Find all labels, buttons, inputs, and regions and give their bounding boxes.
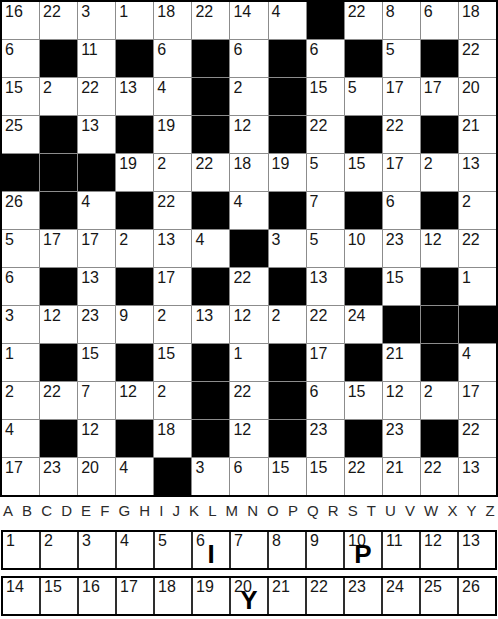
grid-cell[interactable]: 23 [40,458,77,495]
cell-code-number: 4 [195,231,204,249]
tracker-cell[interactable]: 24 [383,578,419,614]
grid-cell[interactable]: 15 [154,344,191,381]
grid-cell[interactable]: 6 [383,192,420,229]
cell-code-number: 15 [348,155,366,173]
black-cell [192,268,229,305]
cell-code-number: 10 [348,231,366,249]
black-cell [269,40,306,77]
cell-code-number: 4 [233,193,242,211]
alphabet-letter: O [267,502,279,519]
alphabet-letter: K [189,502,199,519]
cell-code-number: 18 [233,155,251,173]
tracker-code-number: 12 [424,532,442,550]
cell-code-number: 22 [81,79,99,97]
grid-cell[interactable]: 2 [40,78,77,115]
grid-cell[interactable]: 6 [230,40,267,77]
cell-code-number: 5 [310,231,319,249]
grid-cell[interactable]: 20 [459,78,496,115]
grid-cell[interactable]: 2 [230,78,267,115]
cell-code-number: 2 [462,193,471,211]
grid-cell[interactable]: 15 [345,154,382,191]
cell-code-number: 15 [348,383,366,401]
cell-code-number: 4 [119,459,128,477]
grid-cell[interactable]: 17 [383,78,420,115]
tracker-cell[interactable]: 7 [231,532,267,568]
cell-code-number: 22 [233,269,251,287]
grid-cell[interactable]: 17 [78,230,115,267]
cell-code-number: 1 [233,345,242,363]
cell-code-number: 2 [5,383,14,401]
black-cell [383,306,420,343]
grid-cell[interactable]: 22 [459,40,496,77]
cell-code-number: 6 [424,3,433,21]
tracker-code-number: 4 [120,532,129,550]
cell-code-number: 13 [462,459,480,477]
grid-cell[interactable]: 22 [307,306,344,343]
black-cell [40,268,77,305]
grid-cell[interactable]: 2 [154,154,191,191]
alphabet-letter: Y [466,502,476,519]
grid-cell[interactable]: 1 [230,344,267,381]
grid-cell[interactable]: 3 [2,306,39,343]
grid-cell[interactable]: 3 [269,230,306,267]
cell-code-number: 17 [5,459,23,477]
cell-code-number: 2 [157,155,166,173]
black-cell [421,192,458,229]
cell-code-number: 3 [195,459,204,477]
black-cell [345,268,382,305]
cell-code-number: 15 [81,345,99,363]
grid-cell[interactable]: 4 [116,458,153,495]
cell-code-number: 12 [119,383,137,401]
alphabet-letter: F [100,502,109,519]
tracker-code-number: 15 [44,578,62,596]
grid-cell[interactable]: 6 [307,382,344,419]
cell-code-number: 19 [119,155,137,173]
cell-code-number: 25 [5,117,23,135]
grid-cell[interactable]: 15 [269,458,306,495]
tracker-code-number: 17 [120,578,138,596]
black-cell [40,116,77,153]
grid-cell[interactable]: 23 [78,306,115,343]
grid-cell[interactable]: 19 [269,154,306,191]
grid-cell[interactable]: 13 [116,78,153,115]
black-cell [421,268,458,305]
alphabet-letter: W [424,502,438,519]
grid-cell[interactable]: 3 [78,2,115,39]
tracker-cell[interactable]: 25 [421,578,457,614]
cell-code-number: 23 [386,421,404,439]
grid-cell[interactable]: 12 [383,382,420,419]
grid-cell[interactable]: 22 [345,458,382,495]
cell-code-number: 16 [5,3,23,21]
cell-code-number: 12 [233,307,251,325]
cell-code-number: 15 [310,79,328,97]
grid-cell[interactable]: 17 [40,230,77,267]
cell-code-number: 22 [386,117,404,135]
black-cell [116,344,153,381]
grid-cell[interactable]: 19 [116,154,153,191]
tracker-cell[interactable]: 10P [345,532,381,568]
grid-cell[interactable]: 15 [383,268,420,305]
alphabet-letter: D [61,502,72,519]
grid-cell[interactable]: 18 [230,154,267,191]
grid-cell[interactable]: 5 [383,40,420,77]
tracker-cell[interactable]: 6I [193,532,229,568]
grid-cell[interactable]: 13 [192,306,229,343]
grid-cell[interactable]: 6 [421,2,458,39]
grid-cell[interactable]: 22 [459,420,496,457]
alphabet-row: ABCDEFGHIJKLMNOPQRSTUVWXYZ [0,500,498,520]
alphabet-letter: J [172,502,180,519]
grid-cell[interactable]: 17 [2,458,39,495]
tracker-code-number: 1 [6,532,15,550]
cell-code-number: 13 [119,79,137,97]
grid-cell[interactable]: 7 [307,192,344,229]
cell-code-number: 18 [462,3,480,21]
tracker-cell[interactable]: 1 [3,532,39,568]
grid-cell[interactable]: 15 [307,78,344,115]
black-cell [269,420,306,457]
tracker-solved-letter: Y [231,587,267,613]
grid-cell[interactable]: 1 [116,2,153,39]
tracker-cell[interactable]: 18 [155,578,191,614]
tracker-code-number: 9 [310,532,319,550]
black-cell [421,306,458,343]
grid-cell[interactable]: 22 [421,458,458,495]
tracker-code-number: 7 [234,532,243,550]
black-cell [269,344,306,381]
grid-cell[interactable]: 15 [2,78,39,115]
black-cell [192,116,229,153]
grid-cell[interactable]: 5 [345,78,382,115]
cell-code-number: 21 [386,459,404,477]
grid-cell[interactable]: 18 [459,2,496,39]
cell-code-number: 22 [424,459,442,477]
grid-cell[interactable]: 13 [459,154,496,191]
grid-cell[interactable]: 12 [78,420,115,457]
cell-code-number: 22 [195,3,213,21]
grid-cell[interactable]: 6 [2,40,39,77]
grid-cell[interactable]: 4 [459,344,496,381]
alphabet-letter: T [367,502,376,519]
grid-cell[interactable]: 16 [2,2,39,39]
cell-code-number: 6 [5,41,14,59]
grid-cell[interactable]: 12 [40,306,77,343]
grid-cell[interactable]: 18 [154,2,191,39]
grid-cell[interactable]: 12 [230,420,267,457]
cell-code-number: 22 [157,193,175,211]
grid-cell[interactable]: 2 [421,382,458,419]
grid-cell[interactable]: 17 [307,344,344,381]
cell-code-number: 17 [462,383,480,401]
grid-cell[interactable]: 2 [421,154,458,191]
grid-cell[interactable]: 9 [116,306,153,343]
grid-cell[interactable]: 12 [230,306,267,343]
grid-cell[interactable]: 8 [383,2,420,39]
grid-cell[interactable]: 23 [307,420,344,457]
grid-cell[interactable]: 18 [154,420,191,457]
cell-code-number: 9 [119,307,128,325]
grid-cell[interactable]: 4 [154,78,191,115]
tracker-cell[interactable]: 15 [41,578,77,614]
cell-code-number: 21 [462,117,480,135]
letter-tracker-row-2: 14151617181920Y212223242526 [1,576,497,616]
grid-cell[interactable]: 20 [78,458,115,495]
tracker-cell[interactable]: 19 [193,578,229,614]
grid-cell[interactable]: 22 [192,2,229,39]
black-cell [345,116,382,153]
grid-cell[interactable]: 2 [459,192,496,229]
grid-cell[interactable]: 6 [2,268,39,305]
grid-cell[interactable]: 1 [459,268,496,305]
black-cell [345,40,382,77]
grid-cell[interactable]: 15 [307,458,344,495]
alphabet-letter: I [159,502,163,519]
black-cell [40,154,77,191]
grid-cell[interactable]: 6 [230,458,267,495]
grid-cell[interactable]: 22 [40,382,77,419]
grid-cell[interactable]: 6 [307,40,344,77]
grid-cell[interactable]: 4 [269,2,306,39]
cell-code-number: 14 [233,3,251,21]
grid-cell[interactable]: 15 [78,344,115,381]
grid-cell[interactable]: 13 [459,458,496,495]
grid-cell[interactable]: 2 [154,306,191,343]
grid-cell[interactable]: 2 [116,230,153,267]
alphabet-letter: Q [307,502,319,519]
grid-cell[interactable]: 4 [78,192,115,229]
tracker-cell[interactable]: 22 [307,578,343,614]
tracker-cell[interactable]: 17 [117,578,153,614]
grid-cell[interactable]: 17 [383,154,420,191]
cell-code-number: 15 [5,79,23,97]
tracker-cell[interactable]: 16 [79,578,115,614]
grid-cell[interactable]: 1 [2,344,39,381]
black-cell [421,40,458,77]
black-cell [269,268,306,305]
cell-code-number: 5 [386,41,395,59]
cell-code-number: 2 [272,307,281,325]
cell-code-number: 4 [157,79,166,97]
grid-cell[interactable]: 22 [307,116,344,153]
grid-cell[interactable]: 3 [192,458,229,495]
grid-cell[interactable]: 12 [230,116,267,153]
grid-cell[interactable]: 23 [383,230,420,267]
grid-cell[interactable]: 25 [2,116,39,153]
tracker-cell[interactable]: 14 [3,578,39,614]
cell-code-number: 1 [462,269,471,287]
grid-cell[interactable]: 26 [2,192,39,229]
cell-code-number: 26 [5,193,23,211]
tracker-cell[interactable]: 26 [459,578,495,614]
grid-cell[interactable]: 22 [40,2,77,39]
cell-code-number: 12 [81,421,99,439]
alphabet-letter: V [405,502,415,519]
cell-code-number: 23 [310,421,328,439]
grid-cell[interactable]: 13 [78,268,115,305]
black-cell [116,192,153,229]
black-cell [116,116,153,153]
black-cell [116,40,153,77]
tracker-cell[interactable]: 12 [421,532,457,568]
cell-code-number: 2 [43,79,52,97]
grid-cell[interactable]: 2 [2,382,39,419]
cell-code-number: 5 [5,231,14,249]
cell-code-number: 22 [462,231,480,249]
black-cell [40,344,77,381]
grid-cell[interactable]: 22 [154,192,191,229]
cell-code-number: 22 [462,41,480,59]
grid-cell[interactable]: 11 [78,40,115,77]
cell-code-number: 17 [43,231,61,249]
tracker-code-number: 18 [158,578,176,596]
grid-cell[interactable]: 23 [383,420,420,457]
grid-cell[interactable]: 17 [154,268,191,305]
cell-code-number: 6 [5,269,14,287]
cell-code-number: 15 [310,459,328,477]
cell-code-number: 4 [81,193,90,211]
grid-cell[interactable]: 2 [154,382,191,419]
cell-code-number: 2 [157,383,166,401]
cell-code-number: 12 [386,383,404,401]
grid-cell[interactable]: 4 [2,420,39,457]
tracker-cell[interactable]: 2 [41,532,77,568]
tracker-cell[interactable]: 20Y [231,578,267,614]
alphabet-letter: G [118,502,130,519]
tracker-cell[interactable]: 23 [345,578,381,614]
tracker-cell[interactable]: 9 [307,532,343,568]
cell-code-number: 3 [5,307,14,325]
grid-cell[interactable]: 22 [78,78,115,115]
cell-code-number: 18 [157,3,175,21]
grid-cell[interactable]: 13 [154,230,191,267]
cell-code-number: 8 [386,3,395,21]
tracker-cell[interactable]: 3 [79,532,115,568]
black-cell [269,192,306,229]
cell-code-number: 6 [233,459,242,477]
grid-cell[interactable]: 22 [230,268,267,305]
tracker-cell[interactable]: 13 [459,532,495,568]
grid-cell[interactable]: 22 [383,116,420,153]
grid-cell[interactable]: 7 [78,382,115,419]
tracker-cell[interactable]: 11 [383,532,419,568]
grid-cell[interactable]: 21 [383,344,420,381]
grid-cell[interactable]: 13 [78,116,115,153]
tracker-cell[interactable]: 4 [117,532,153,568]
cell-code-number: 13 [81,117,99,135]
letter-tracker-row-1: 123456I78910P111213 [1,530,497,570]
black-cell [40,192,77,229]
alphabet-letter: B [22,502,32,519]
black-cell [421,420,458,457]
black-cell [421,344,458,381]
grid-cell[interactable]: 5 [307,230,344,267]
grid-cell[interactable]: 13 [307,268,344,305]
cell-code-number: 3 [81,3,90,21]
black-cell [40,40,77,77]
tracker-code-number: 23 [348,578,366,596]
cell-code-number: 4 [5,421,14,439]
cell-code-number: 6 [157,41,166,59]
grid-cell[interactable]: 19 [154,116,191,153]
grid-cell[interactable]: 21 [383,458,420,495]
cell-code-number: 12 [233,421,251,439]
grid-cell[interactable]: 15 [345,382,382,419]
black-cell [192,78,229,115]
cell-code-number: 5 [348,79,357,97]
cell-code-number: 17 [424,79,442,97]
tracker-code-number: 11 [386,532,403,550]
grid-cell[interactable]: 24 [345,306,382,343]
grid-cell[interactable]: 6 [154,40,191,77]
black-cell [345,192,382,229]
grid-cell[interactable]: 10 [345,230,382,267]
tracker-code-number: 16 [82,578,100,596]
tracker-cell[interactable]: 8 [269,532,305,568]
alphabet-letter: H [139,502,150,519]
black-cell [345,344,382,381]
alphabet-letter: E [81,502,91,519]
cell-code-number: 20 [81,459,99,477]
cell-code-number: 17 [386,155,404,173]
cell-code-number: 2 [157,307,166,325]
grid-cell[interactable]: 5 [307,154,344,191]
grid-cell[interactable]: 12 [421,230,458,267]
grid-cell[interactable]: 22 [345,2,382,39]
tracker-code-number: 24 [386,578,404,596]
cell-code-number: 7 [310,193,319,211]
grid-cell[interactable]: 17 [421,78,458,115]
cell-code-number: 13 [462,155,480,173]
grid-cell[interactable]: 4 [192,230,229,267]
black-cell [192,192,229,229]
grid-cell[interactable]: 21 [459,116,496,153]
alphabet-letter: M [226,502,239,519]
cell-code-number: 7 [81,383,90,401]
cell-code-number: 22 [462,421,480,439]
tracker-code-number: 3 [82,532,91,550]
alphabet-letter: R [328,502,339,519]
tracker-cell[interactable]: 21 [269,578,305,614]
cell-code-number: 22 [310,307,328,325]
black-cell [2,154,39,191]
cell-code-number: 11 [81,41,98,59]
grid-cell[interactable]: 5 [2,230,39,267]
black-cell [192,40,229,77]
cell-code-number: 6 [310,383,319,401]
alphabet-letter: S [348,502,358,519]
grid-cell[interactable]: 14 [230,2,267,39]
black-cell [40,420,77,457]
grid-cell[interactable]: 22 [230,382,267,419]
black-cell [459,306,496,343]
grid-cell[interactable]: 2 [269,306,306,343]
grid-cell[interactable]: 4 [230,192,267,229]
cell-code-number: 24 [348,307,366,325]
grid-cell[interactable]: 22 [459,230,496,267]
grid-cell[interactable]: 22 [192,154,229,191]
black-cell [78,154,115,191]
black-cell [116,268,153,305]
grid-cell[interactable]: 17 [459,382,496,419]
tracker-cell[interactable]: 5 [155,532,191,568]
tracker-code-number: 25 [424,578,442,596]
grid-cell[interactable]: 12 [116,382,153,419]
tracker-code-number: 21 [272,578,290,596]
black-cell [345,420,382,457]
cell-code-number: 1 [119,3,128,21]
